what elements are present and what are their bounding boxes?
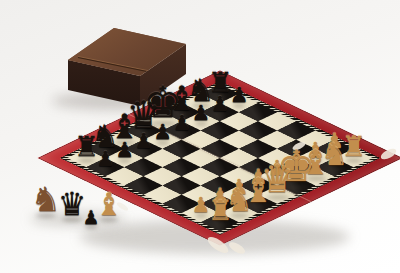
black-pawn-c7: ♟ [133, 131, 154, 152]
black-pawn-d7: ♟ [152, 122, 173, 143]
black-pawn-h7: ♟ [229, 85, 250, 106]
black-pawn-e7: ♟ [171, 113, 192, 134]
white-rook-a1: ♜ [206, 197, 234, 225]
black-pawn-a7: ♟ [95, 149, 116, 170]
black-pawn-b7: ♟ [114, 140, 135, 161]
black-ringed-pawn: ♟ [82, 208, 101, 227]
black-pawn-f7: ♟ [190, 103, 211, 124]
black-pawn-g7: ♟ [210, 94, 231, 115]
